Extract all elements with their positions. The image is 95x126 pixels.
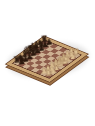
chess-set-scene: ♜♞♝♛♚♝♞♜♟♟♟♟♟♟♟♟♟♟♟♟♟♟♟♟♜♞♝♛♚♝♞♜ — [0, 26, 95, 95]
piece-black-pawn: ♟ — [45, 38, 53, 47]
piece-white-rook: ♜ — [71, 48, 80, 58]
piece-black-rook: ♜ — [40, 35, 49, 45]
piece-white-pawn: ♟ — [68, 47, 76, 56]
piece-white-king: ♚ — [58, 53, 71, 67]
piece-black-pawn: ♟ — [25, 52, 33, 61]
piece-white-rook: ♜ — [44, 68, 53, 78]
piece-black-pawn: ♟ — [41, 41, 49, 50]
piece-white-pawn: ♟ — [56, 56, 64, 65]
piece-white-pawn: ♟ — [60, 53, 68, 62]
piece-white-bishop: ♝ — [63, 53, 73, 64]
piece-black-pawn: ♟ — [22, 55, 30, 64]
piece-black-bishop: ♝ — [20, 49, 30, 60]
piece-white-bishop: ♝ — [51, 61, 61, 72]
piece-white-knight: ♞ — [67, 50, 77, 60]
piece-black-queen: ♛ — [23, 44, 35, 57]
piece-black-king: ♚ — [26, 40, 39, 54]
piece-white-pawn: ♟ — [40, 67, 48, 76]
piece-white-pawn: ♟ — [48, 62, 56, 71]
piece-black-knight: ♞ — [36, 38, 46, 48]
piece-black-rook: ♜ — [13, 55, 22, 65]
product-photo: ♜♞♝♛♚♝♞♜♟♟♟♟♟♟♟♟♟♟♟♟♟♟♟♟♜♞♝♛♚♝♞♜ — [0, 0, 95, 126]
piece-white-queen: ♛ — [54, 57, 66, 70]
piece-white-pawn: ♟ — [64, 50, 72, 59]
piece-black-pawn: ♟ — [29, 50, 37, 59]
piece-white-pawn: ♟ — [44, 65, 52, 74]
piece-black-pawn: ♟ — [37, 44, 45, 53]
piece-black-pawn: ♟ — [33, 47, 41, 56]
pieces-layer: ♜♞♝♛♚♝♞♜♟♟♟♟♟♟♟♟♟♟♟♟♟♟♟♟♜♞♝♛♚♝♞♜ — [0, 26, 95, 95]
piece-black-pawn: ♟ — [18, 58, 26, 67]
piece-white-knight: ♞ — [48, 65, 58, 75]
piece-black-knight: ♞ — [16, 52, 26, 62]
piece-black-bishop: ♝ — [32, 40, 42, 51]
piece-white-pawn: ♟ — [52, 59, 60, 68]
